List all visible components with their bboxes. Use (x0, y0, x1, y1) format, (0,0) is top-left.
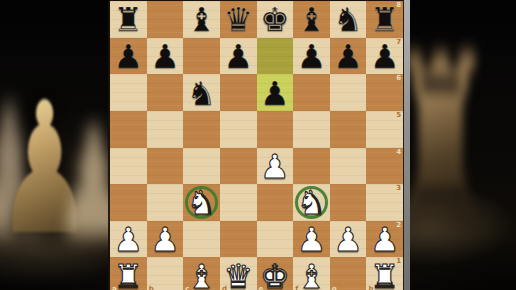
rank-label: 3 (396, 185, 401, 192)
square-a6[interactable] (110, 74, 147, 111)
black-pawn[interactable]: ♟ (223, 39, 253, 75)
square-f5[interactable] (293, 111, 330, 148)
video-frame: ♟ ♟ ♟ ♜ ♜♝♛♚♝♞♜8♟♟♟♟♟♟7♞♟65♟4♞♞3♟♟♟♟♟2♜a… (0, 0, 516, 290)
file-label: e (259, 286, 264, 290)
black-rook[interactable]: ♜ (114, 2, 144, 38)
square-b8[interactable] (147, 1, 184, 38)
square-c3[interactable]: ♞ (183, 184, 220, 221)
white-bishop[interactable]: ♝ (187, 259, 217, 290)
square-f2[interactable]: ♟ (293, 221, 330, 258)
black-pawn[interactable]: ♟ (260, 76, 290, 112)
square-e1[interactable]: ♚e (257, 257, 294, 290)
square-h2[interactable]: ♟2 (366, 221, 403, 258)
square-h6[interactable]: 6 (366, 74, 403, 111)
square-g5[interactable] (330, 111, 367, 148)
square-d8[interactable]: ♛ (220, 1, 257, 38)
square-f6[interactable] (293, 74, 330, 111)
rank-label: 6 (396, 75, 401, 82)
background-gold-pawn-icon: ♟ (0, 78, 93, 260)
white-rook[interactable]: ♜ (114, 259, 144, 290)
square-e2[interactable] (257, 221, 294, 258)
file-label: g (332, 286, 337, 290)
square-f4[interactable] (293, 148, 330, 185)
black-pawn[interactable]: ♟ (297, 39, 327, 75)
square-a7[interactable]: ♟ (110, 38, 147, 75)
square-b1[interactable]: b (147, 257, 184, 290)
square-d3[interactable] (220, 184, 257, 221)
square-c1[interactable]: ♝c (183, 257, 220, 290)
white-pawn[interactable]: ♟ (114, 222, 144, 258)
black-bishop[interactable]: ♝ (187, 2, 217, 38)
square-f7[interactable]: ♟ (293, 38, 330, 75)
square-a8[interactable]: ♜ (110, 1, 147, 38)
square-e8[interactable]: ♚ (257, 1, 294, 38)
square-f8[interactable]: ♝ (293, 1, 330, 38)
black-king[interactable]: ♚ (260, 2, 290, 38)
square-b3[interactable] (147, 184, 184, 221)
file-label: f (295, 286, 298, 290)
square-d7[interactable]: ♟ (220, 38, 257, 75)
chess-board[interactable]: ♜♝♛♚♝♞♜8♟♟♟♟♟♟7♞♟65♟4♞♞3♟♟♟♟♟2♜ab♝c♛d♚e♝… (110, 1, 403, 290)
square-a1[interactable]: ♜a (110, 257, 147, 290)
square-e5[interactable] (257, 111, 294, 148)
square-b4[interactable] (147, 148, 184, 185)
square-e4[interactable]: ♟ (257, 148, 294, 185)
black-pawn[interactable]: ♟ (150, 39, 180, 75)
square-c2[interactable] (183, 221, 220, 258)
square-h1[interactable]: ♜1h (366, 257, 403, 290)
square-a3[interactable] (110, 184, 147, 221)
square-c6[interactable]: ♞ (183, 74, 220, 111)
square-b6[interactable] (147, 74, 184, 111)
black-queen[interactable]: ♛ (223, 2, 253, 38)
white-rook[interactable]: ♜ (370, 259, 400, 290)
black-pawn[interactable]: ♟ (370, 39, 400, 75)
black-knight[interactable]: ♞ (187, 76, 217, 112)
square-d1[interactable]: ♛d (220, 257, 257, 290)
black-pawn[interactable]: ♟ (333, 39, 363, 75)
black-rook[interactable]: ♜ (370, 2, 400, 38)
square-d6[interactable] (220, 74, 257, 111)
scrollbar[interactable] (403, 0, 410, 290)
square-b7[interactable]: ♟ (147, 38, 184, 75)
white-king[interactable]: ♚ (260, 259, 290, 290)
white-knight[interactable]: ♞ (187, 185, 217, 221)
white-pawn[interactable]: ♟ (333, 222, 363, 258)
white-pawn[interactable]: ♟ (370, 222, 400, 258)
square-g7[interactable]: ♟ (330, 38, 367, 75)
white-pawn[interactable]: ♟ (150, 222, 180, 258)
white-queen[interactable]: ♛ (223, 259, 253, 290)
white-knight[interactable]: ♞ (297, 185, 327, 221)
file-label: b (149, 286, 154, 290)
square-d2[interactable] (220, 221, 257, 258)
square-a2[interactable]: ♟ (110, 221, 147, 258)
file-label: a (112, 286, 117, 290)
square-g6[interactable] (330, 74, 367, 111)
rank-label: 4 (396, 149, 401, 156)
square-c7[interactable] (183, 38, 220, 75)
file-label: h (368, 286, 373, 290)
square-c5[interactable] (183, 111, 220, 148)
square-c4[interactable] (183, 148, 220, 185)
rank-label: 2 (396, 222, 401, 229)
rank-label: 8 (396, 2, 401, 9)
square-a5[interactable] (110, 111, 147, 148)
square-g3[interactable] (330, 184, 367, 221)
black-bishop[interactable]: ♝ (297, 2, 327, 38)
square-b2[interactable]: ♟ (147, 221, 184, 258)
square-h5[interactable]: 5 (366, 111, 403, 148)
square-h4[interactable]: 4 (366, 148, 403, 185)
file-label: c (185, 286, 189, 290)
rank-label: 5 (396, 112, 401, 119)
square-e3[interactable] (257, 184, 294, 221)
square-g1[interactable]: g (330, 257, 367, 290)
square-d4[interactable] (220, 148, 257, 185)
rank-label: 7 (396, 39, 401, 46)
white-pawn[interactable]: ♟ (297, 222, 327, 258)
white-pawn[interactable]: ♟ (260, 149, 290, 185)
black-knight[interactable]: ♞ (333, 2, 363, 38)
square-a4[interactable] (110, 148, 147, 185)
square-f3[interactable]: ♞ (293, 184, 330, 221)
rank-label: 1 (396, 258, 401, 265)
white-bishop[interactable]: ♝ (297, 259, 327, 290)
square-f1[interactable]: ♝f (293, 257, 330, 290)
square-b5[interactable] (147, 111, 184, 148)
square-e6[interactable]: ♟ (257, 74, 294, 111)
square-d5[interactable] (220, 111, 257, 148)
square-g2[interactable]: ♟ (330, 221, 367, 258)
square-h7[interactable]: ♟7 (366, 38, 403, 75)
square-h3[interactable]: 3 (366, 184, 403, 221)
square-h8[interactable]: ♜8 (366, 1, 403, 38)
file-label: d (222, 286, 227, 290)
black-pawn[interactable]: ♟ (114, 39, 144, 75)
square-g8[interactable]: ♞ (330, 1, 367, 38)
square-e7[interactable] (257, 38, 294, 75)
square-g4[interactable] (330, 148, 367, 185)
square-c8[interactable]: ♝ (183, 1, 220, 38)
background-pawn-icon: ♟ (0, 86, 52, 259)
